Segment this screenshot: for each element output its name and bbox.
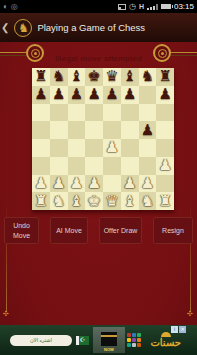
ad-controls: i ✕ [171,326,186,333]
white-king-piece[interactable]: ♚ [87,193,100,208]
black-knight-piece[interactable]: ♞ [52,69,65,84]
title-bar: ❮ ♞ Playing a Game of Chess [0,13,197,42]
white-pawn-piece[interactable]: ♟ [123,175,136,190]
ai-move-button[interactable]: AI Move [50,217,88,244]
white-pawn-piece[interactable]: ♟ [105,140,118,155]
board-square-h7[interactable]: ♟ [156,86,174,104]
board-square-b2[interactable]: ♟ [50,175,68,193]
board-square-c6[interactable] [68,104,86,122]
board-square-g8[interactable]: ♞ [139,68,157,86]
network-h-icon: H [139,3,144,10]
black-pawn-piece[interactable]: ♟ [70,87,83,102]
board-square-b4[interactable] [50,139,68,157]
board-square-c5[interactable] [68,121,86,139]
black-pawn-piece[interactable]: ♟ [158,87,171,102]
board-square-d1[interactable]: ♚ [85,192,103,210]
status-toast: Illegal move attempted [0,54,197,63]
board-square-d6[interactable] [85,104,103,122]
black-knight-piece[interactable]: ♞ [141,69,154,84]
white-pawn-piece[interactable]: ♟ [52,175,65,190]
board-square-g6[interactable] [139,104,157,122]
frame-finial-right-icon: ✣ [187,310,193,317]
page-title: Playing a Game of Chess [37,22,145,33]
board-square-f6[interactable] [121,104,139,122]
board-square-b3[interactable] [50,157,68,175]
board-square-g5[interactable]: ♟ [139,121,157,139]
black-pawn-piece[interactable]: ♟ [34,87,47,102]
board-square-d7[interactable]: ♟ [85,86,103,104]
ad-brand-text: حسنات [150,337,181,348]
white-pawn-piece[interactable]: ♟ [158,158,171,173]
black-pawn-piece[interactable]: ♟ [105,87,118,102]
pakistan-flag-icon: ☪ [76,336,89,345]
screen-cast-icon [118,4,126,10]
battery-icon [161,4,171,9]
ad-image-caption: NOW [93,348,125,352]
board-square-e5[interactable] [103,121,121,139]
chess-board: ♜♞♝♚♛♝♞♜♟♟♟♟♟♟♟♟♟♟♟♟♟♟♟♟♜♞♝♚♛♝♞♜ [32,68,174,210]
board-square-g1[interactable]: ♞ [139,192,157,210]
white-pawn-piece[interactable]: ♟ [70,175,83,190]
board-square-e8[interactable]: ♛ [103,68,121,86]
board-square-a5[interactable] [32,121,50,139]
board-square-e2[interactable] [103,175,121,193]
resign-button[interactable]: Resign [153,217,193,244]
ad-banner[interactable]: اشتره الآن ☪ NOW حسنات i ✕ [0,325,197,355]
white-bishop-piece[interactable]: ♝ [123,193,136,208]
board-square-d4[interactable] [85,139,103,157]
white-queen-piece[interactable]: ♛ [105,193,118,208]
board-square-a7[interactable]: ♟ [32,86,50,104]
offer-draw-button[interactable]: Offer Draw [99,217,142,244]
board-square-c4[interactable] [68,139,86,157]
black-queen-piece[interactable]: ♛ [105,69,118,84]
white-knight-piece[interactable]: ♞ [52,193,65,208]
white-pawn-piece[interactable]: ♟ [87,175,100,190]
white-knight-piece[interactable]: ♞ [141,193,154,208]
board-square-h5[interactable] [156,121,174,139]
board-square-b6[interactable] [50,104,68,122]
status-left-icons: ◐ ◎ [3,3,18,11]
board-square-h2[interactable] [156,175,174,193]
board-square-f3[interactable] [121,157,139,175]
board-square-e7[interactable]: ♟ [103,86,121,104]
board-square-f8[interactable]: ♝ [121,68,139,86]
board-square-f4[interactable] [121,139,139,157]
white-pawn-piece[interactable]: ♟ [141,175,154,190]
board-square-c3[interactable] [68,157,86,175]
back-caret-icon[interactable]: ❮ [1,23,9,33]
board-square-b5[interactable] [50,121,68,139]
board-square-a3[interactable] [32,157,50,175]
board-square-f5[interactable] [121,121,139,139]
board-square-g2[interactable]: ♟ [139,175,157,193]
white-rook-piece[interactable]: ♜ [34,193,47,208]
board-square-f2[interactable]: ♟ [121,175,139,193]
status-time: 03:15 [174,3,194,11]
frame-finial-left-icon: ✣ [3,310,9,317]
board-square-b1[interactable]: ♞ [50,192,68,210]
status-right-icons: ◷ H 03:15 [118,3,194,11]
ad-close-icon[interactable]: ✕ [179,326,186,333]
board-square-d2[interactable]: ♟ [85,175,103,193]
app-knight-icon: ♞ [14,19,32,37]
board-square-g3[interactable] [139,157,157,175]
board-square-d8[interactable]: ♚ [85,68,103,86]
board-square-c7[interactable]: ♟ [68,86,86,104]
board-square-e6[interactable] [103,104,121,122]
adchoices-icon[interactable]: i [171,326,178,333]
black-king-piece[interactable]: ♚ [87,69,100,84]
board-square-a1[interactable]: ♜ [32,192,50,210]
black-rook-piece[interactable]: ♜ [158,69,171,84]
notification-icon-a: ◐ [3,3,8,11]
ad-cta-button[interactable]: اشتره الآن [10,335,72,346]
board-square-d5[interactable] [85,121,103,139]
game-area: ✣ ✣ Illegal move attempted ♜♞♝♚♛♝♞♜♟♟♟♟♟… [0,42,197,355]
black-pawn-piece[interactable]: ♟ [123,87,136,102]
ad-brand: حسنات [150,332,181,348]
white-rook-piece[interactable]: ♜ [158,193,171,208]
board-square-e3[interactable] [103,157,121,175]
board-square-b7[interactable]: ♟ [50,86,68,104]
notification-icon-b: ◎ [11,3,18,11]
board-square-c8[interactable]: ♝ [68,68,86,86]
board-square-d3[interactable] [85,157,103,175]
board-square-h6[interactable] [156,104,174,122]
board-square-a6[interactable] [32,104,50,122]
white-pawn-piece[interactable]: ♟ [34,175,47,190]
app-screen: ◐ ◎ ◷ H 03:15 ❮ ♞ Playing a Game of Ches… [0,0,197,355]
black-rook-piece[interactable]: ♜ [34,69,47,84]
board-square-h1[interactable]: ♜ [156,192,174,210]
kaaba-image: NOW [93,327,125,353]
black-pawn-piece[interactable]: ♟ [141,122,154,137]
black-pawn-piece[interactable]: ♟ [52,87,65,102]
action-button-row: Undo Move AI Move Offer Draw Resign [0,217,197,244]
board-square-c2[interactable]: ♟ [68,175,86,193]
app-icon-grid [127,333,141,347]
board-square-h4[interactable] [156,139,174,157]
board-square-f7[interactable]: ♟ [121,86,139,104]
black-bishop-piece[interactable]: ♝ [70,69,83,84]
alarm-icon: ◷ [129,3,136,11]
board-square-h3[interactable]: ♟ [156,157,174,175]
board-square-b8[interactable]: ♞ [50,68,68,86]
undo-move-button[interactable]: Undo Move [4,217,39,244]
board-square-a2[interactable]: ♟ [32,175,50,193]
board-square-g7[interactable] [139,86,157,104]
black-bishop-piece[interactable]: ♝ [123,69,136,84]
signal-icon [147,4,158,10]
black-pawn-piece[interactable]: ♟ [87,87,100,102]
board-square-a8[interactable]: ♜ [32,68,50,86]
board-square-f1[interactable]: ♝ [121,192,139,210]
board-square-h8[interactable]: ♜ [156,68,174,86]
board-square-g4[interactable] [139,139,157,157]
status-bar: ◐ ◎ ◷ H 03:15 [0,0,197,13]
white-bishop-piece[interactable]: ♝ [70,193,83,208]
board-square-c1[interactable]: ♝ [68,192,86,210]
board-square-e1[interactable]: ♛ [103,192,121,210]
board-square-a4[interactable] [32,139,50,157]
board-square-e4[interactable]: ♟ [103,139,121,157]
